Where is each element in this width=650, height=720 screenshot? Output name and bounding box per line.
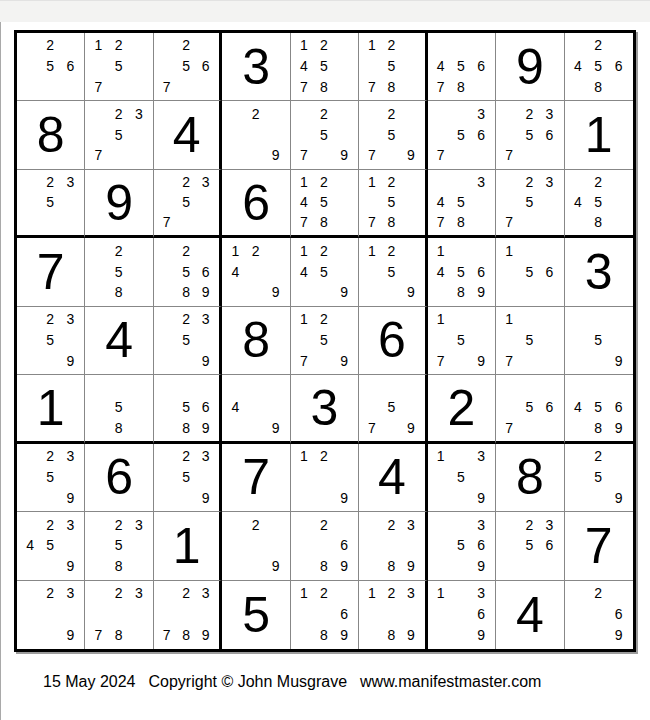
pencil-mark-6: 6 bbox=[471, 261, 491, 282]
pencil-mark-2: 2 bbox=[109, 583, 129, 604]
pencil-mark-empty bbox=[362, 282, 381, 303]
pencil-mark-empty bbox=[129, 625, 149, 646]
cell-r6c1[interactable]: 1 bbox=[17, 375, 85, 443]
cell-r9c1[interactable]: 239 bbox=[17, 581, 85, 649]
pencil-marks: 2359 bbox=[20, 446, 80, 508]
pencil-marks: 2358 bbox=[88, 514, 148, 576]
pencil-mark-empty bbox=[40, 350, 60, 371]
pencil-mark-empty bbox=[519, 350, 539, 371]
cell-r2c2[interactable]: 2357 bbox=[85, 101, 153, 169]
pencil-marks: 12689 bbox=[294, 583, 354, 646]
pencil-mark-empty bbox=[245, 418, 265, 438]
pencil-mark-7: 7 bbox=[157, 625, 176, 646]
pencil-mark-empty bbox=[539, 192, 559, 212]
pencil-mark-5: 5 bbox=[109, 56, 129, 77]
pencil-marks: 12578 bbox=[362, 35, 420, 97]
pencil-marks: 258 bbox=[88, 240, 148, 302]
cell-r9c6[interactable]: 12389 bbox=[359, 581, 427, 649]
cell-r3c7[interactable]: 34578 bbox=[428, 170, 496, 238]
pencil-mark-empty bbox=[40, 625, 60, 646]
pencil-mark-empty bbox=[334, 309, 354, 330]
pencil-mark-5: 5 bbox=[314, 261, 334, 282]
pencil-mark-5: 5 bbox=[588, 192, 608, 212]
pencil-mark-empty bbox=[568, 377, 588, 397]
pencil-mark-empty bbox=[40, 604, 60, 625]
pencil-mark-empty bbox=[60, 535, 80, 556]
pencil-mark-1: 1 bbox=[431, 446, 451, 467]
pencil-mark-empty bbox=[568, 487, 588, 508]
cell-r4c2[interactable]: 258 bbox=[85, 238, 153, 306]
pencil-mark-2: 2 bbox=[382, 172, 401, 192]
cell-r2c8[interactable]: 23567 bbox=[496, 101, 564, 169]
pencil-marks: 2359 bbox=[157, 446, 215, 508]
pencil-mark-empty bbox=[539, 309, 559, 330]
pencil-mark-9: 9 bbox=[401, 145, 420, 166]
pencil-mark-5: 5 bbox=[314, 124, 334, 145]
cell-r2c7[interactable]: 3567 bbox=[428, 101, 496, 169]
pencil-mark-empty bbox=[609, 212, 629, 232]
pencil-mark-empty bbox=[88, 56, 108, 77]
pencil-mark-empty bbox=[294, 535, 314, 556]
pencil-mark-empty bbox=[588, 309, 608, 330]
pencil-mark-empty bbox=[382, 535, 401, 556]
pencil-mark-empty bbox=[609, 377, 629, 397]
pencil-mark-empty bbox=[196, 330, 215, 351]
pencil-mark-empty bbox=[362, 103, 381, 124]
pencil-mark-3: 3 bbox=[471, 583, 491, 604]
cell-r7c5[interactable]: 129 bbox=[291, 444, 359, 512]
pencil-mark-empty bbox=[401, 261, 420, 282]
cell-r1c3[interactable]: 2567 bbox=[154, 33, 222, 101]
cell-r8c6[interactable]: 2389 bbox=[359, 512, 427, 580]
cell-r5c7[interactable]: 1579 bbox=[428, 307, 496, 375]
pencil-mark-7: 7 bbox=[88, 145, 108, 166]
cell-r3c4[interactable]: 6 bbox=[222, 170, 290, 238]
pencil-mark-empty bbox=[334, 514, 354, 535]
cell-r4c7[interactable]: 145689 bbox=[428, 238, 496, 306]
cell-r6c3[interactable]: 5689 bbox=[154, 375, 222, 443]
pencil-mark-empty bbox=[20, 35, 40, 56]
pencil-mark-empty bbox=[109, 604, 129, 625]
cell-r8c4[interactable]: 29 bbox=[222, 512, 290, 580]
pencil-mark-empty bbox=[314, 145, 334, 166]
pencil-mark-2: 2 bbox=[588, 35, 608, 56]
cell-r1c5[interactable]: 124578 bbox=[291, 33, 359, 101]
cell-r2c5[interactable]: 2579 bbox=[291, 101, 359, 169]
cell-r6c4[interactable]: 49 bbox=[222, 375, 290, 443]
pencil-marks: 1257 bbox=[88, 35, 148, 97]
pencil-mark-empty bbox=[20, 514, 40, 535]
pencil-mark-2: 2 bbox=[40, 172, 60, 192]
pencil-mark-1: 1 bbox=[499, 240, 519, 261]
pencil-mark-9: 9 bbox=[334, 487, 354, 508]
cell-r8c2[interactable]: 2358 bbox=[85, 512, 153, 580]
pencil-mark-9: 9 bbox=[334, 556, 354, 577]
cell-r9c7[interactable]: 1369 bbox=[428, 581, 496, 649]
pencil-mark-empty bbox=[609, 466, 629, 487]
footer-website: www.manifestmaster.com bbox=[360, 673, 541, 691]
pencil-mark-empty bbox=[176, 377, 195, 397]
pencil-mark-9: 9 bbox=[471, 487, 491, 508]
pencil-mark-empty bbox=[568, 77, 588, 98]
pencil-marks: 235 bbox=[20, 172, 80, 232]
pencil-mark-empty bbox=[401, 604, 420, 625]
pencil-mark-empty bbox=[129, 397, 149, 417]
pencil-mark-empty bbox=[20, 172, 40, 192]
pencil-mark-empty bbox=[266, 103, 286, 124]
pencil-mark-empty bbox=[294, 604, 314, 625]
given-digit: 4 bbox=[496, 581, 563, 649]
pencil-mark-1: 1 bbox=[499, 309, 519, 330]
pencil-mark-5: 5 bbox=[382, 261, 401, 282]
cell-r8c7[interactable]: 3569 bbox=[428, 512, 496, 580]
pencil-mark-empty bbox=[334, 466, 354, 487]
pencil-mark-empty bbox=[362, 192, 381, 212]
cell-r9c4[interactable]: 5 bbox=[222, 581, 290, 649]
pencil-mark-empty bbox=[196, 192, 215, 212]
given-digit: 3 bbox=[565, 238, 633, 305]
pencil-mark-empty bbox=[499, 261, 519, 282]
pencil-marks: 2389 bbox=[362, 514, 420, 576]
pencil-mark-5: 5 bbox=[519, 192, 539, 212]
cell-r3c5[interactable]: 124578 bbox=[291, 170, 359, 238]
cell-r3c9[interactable]: 2458 bbox=[565, 170, 633, 238]
pencil-mark-empty bbox=[88, 103, 108, 124]
pencil-mark-6: 6 bbox=[471, 604, 491, 625]
cell-r3c1[interactable]: 235 bbox=[17, 170, 85, 238]
footer: 15 May 2024 Copyright © John Musgrave ww… bbox=[43, 673, 541, 691]
cell-r5c9[interactable]: 59 bbox=[565, 307, 633, 375]
pencil-mark-empty bbox=[314, 604, 334, 625]
pencil-mark-empty bbox=[382, 604, 401, 625]
pencil-mark-9: 9 bbox=[60, 625, 80, 646]
pencil-mark-3: 3 bbox=[401, 514, 420, 535]
pencil-marks: 2579 bbox=[362, 103, 420, 165]
cell-r4c3[interactable]: 25689 bbox=[154, 238, 222, 306]
given-digit: 4 bbox=[85, 307, 152, 374]
pencil-marks: 157 bbox=[499, 309, 559, 371]
cell-r6c7[interactable]: 2 bbox=[428, 375, 496, 443]
pencil-mark-1: 1 bbox=[294, 583, 314, 604]
pencil-marks: 58 bbox=[88, 377, 148, 437]
pencil-mark-1: 1 bbox=[362, 172, 381, 192]
cell-r3c8[interactable]: 2357 bbox=[496, 170, 564, 238]
cell-r3c2[interactable]: 9 bbox=[85, 170, 153, 238]
pencil-mark-empty bbox=[362, 556, 381, 577]
pencil-mark-empty bbox=[88, 377, 108, 397]
cell-r2c1[interactable]: 8 bbox=[17, 101, 85, 169]
cell-r1c6[interactable]: 12578 bbox=[359, 33, 427, 101]
pencil-mark-2: 2 bbox=[109, 240, 129, 261]
cell-r8c9[interactable]: 7 bbox=[565, 512, 633, 580]
window-top-strip bbox=[0, 0, 650, 22]
pencil-mark-4: 4 bbox=[568, 192, 588, 212]
cell-r5c6[interactable]: 6 bbox=[359, 307, 427, 375]
pencil-mark-empty bbox=[20, 212, 40, 232]
cell-r2c4[interactable]: 29 bbox=[222, 101, 290, 169]
pencil-mark-empty bbox=[568, 212, 588, 232]
pencil-mark-empty bbox=[401, 35, 420, 56]
pencil-mark-empty bbox=[451, 103, 471, 124]
pencil-marks: 24568 bbox=[568, 35, 629, 97]
pencil-mark-empty bbox=[431, 330, 451, 351]
pencil-mark-9: 9 bbox=[196, 282, 215, 303]
cell-r4c9[interactable]: 3 bbox=[565, 238, 633, 306]
pencil-mark-empty bbox=[362, 604, 381, 625]
pencil-marks: 12389 bbox=[362, 583, 420, 646]
pencil-mark-3: 3 bbox=[196, 583, 215, 604]
cell-r7c2[interactable]: 6 bbox=[85, 444, 153, 512]
pencil-mark-empty bbox=[362, 56, 381, 77]
cell-r6c5[interactable]: 3 bbox=[291, 375, 359, 443]
cell-r5c3[interactable]: 2359 bbox=[154, 307, 222, 375]
cell-r9c5[interactable]: 12689 bbox=[291, 581, 359, 649]
cell-r5c5[interactable]: 12579 bbox=[291, 307, 359, 375]
pencil-mark-9: 9 bbox=[334, 282, 354, 303]
cell-r7c8[interactable]: 8 bbox=[496, 444, 564, 512]
pencil-mark-8: 8 bbox=[109, 556, 129, 577]
cell-r1c1[interactable]: 256 bbox=[17, 33, 85, 101]
pencil-mark-empty bbox=[539, 212, 559, 232]
pencil-mark-empty bbox=[20, 625, 40, 646]
pencil-mark-7: 7 bbox=[157, 212, 176, 232]
pencil-mark-empty bbox=[401, 192, 420, 212]
pencil-mark-empty bbox=[519, 282, 539, 303]
pencil-mark-empty bbox=[157, 446, 176, 467]
cell-r7c7[interactable]: 1359 bbox=[428, 444, 496, 512]
cell-r3c3[interactable]: 2357 bbox=[154, 170, 222, 238]
pencil-mark-3: 3 bbox=[129, 583, 149, 604]
cell-r9c9[interactable]: 269 bbox=[565, 581, 633, 649]
cell-r3c6[interactable]: 12578 bbox=[359, 170, 427, 238]
pencil-mark-empty bbox=[314, 350, 334, 371]
pencil-mark-7: 7 bbox=[157, 77, 176, 98]
cell-r5c8[interactable]: 157 bbox=[496, 307, 564, 375]
pencil-mark-empty bbox=[588, 487, 608, 508]
cell-r7c3[interactable]: 2359 bbox=[154, 444, 222, 512]
cell-r2c3[interactable]: 4 bbox=[154, 101, 222, 169]
cell-r8c1[interactable]: 23459 bbox=[17, 512, 85, 580]
pencil-mark-empty bbox=[245, 124, 265, 145]
pencil-mark-3: 3 bbox=[401, 583, 420, 604]
pencil-mark-4: 4 bbox=[431, 56, 451, 77]
pencil-mark-3: 3 bbox=[471, 172, 491, 192]
pencil-mark-empty bbox=[196, 466, 215, 487]
pencil-mark-empty bbox=[519, 145, 539, 166]
pencil-mark-5: 5 bbox=[382, 124, 401, 145]
given-digit: 6 bbox=[85, 444, 152, 511]
cell-r7c6[interactable]: 4 bbox=[359, 444, 427, 512]
pencil-mark-8: 8 bbox=[588, 212, 608, 232]
cell-r6c9[interactable]: 45689 bbox=[565, 375, 633, 443]
pencil-mark-9: 9 bbox=[609, 350, 629, 371]
cell-r6c6[interactable]: 579 bbox=[359, 375, 427, 443]
pencil-marks: 2579 bbox=[294, 103, 354, 165]
pencil-mark-empty bbox=[60, 35, 80, 56]
cell-r5c1[interactable]: 2359 bbox=[17, 307, 85, 375]
pencil-mark-2: 2 bbox=[519, 514, 539, 535]
pencil-mark-empty bbox=[362, 261, 381, 282]
pencil-mark-empty bbox=[451, 350, 471, 371]
pencil-mark-empty bbox=[157, 583, 176, 604]
pencil-mark-empty bbox=[88, 514, 108, 535]
pencil-mark-7: 7 bbox=[88, 625, 108, 646]
pencil-mark-empty bbox=[245, 145, 265, 166]
given-digit: 6 bbox=[359, 307, 424, 374]
pencil-mark-empty bbox=[20, 56, 40, 77]
cell-r1c2[interactable]: 1257 bbox=[85, 33, 153, 101]
pencil-mark-5: 5 bbox=[588, 397, 608, 417]
pencil-mark-4: 4 bbox=[294, 192, 314, 212]
cell-r8c5[interactable]: 2689 bbox=[291, 512, 359, 580]
pencil-mark-empty bbox=[40, 556, 60, 577]
pencil-mark-empty bbox=[314, 466, 334, 487]
pencil-mark-empty bbox=[157, 35, 176, 56]
pencil-marks: 2359 bbox=[157, 309, 215, 371]
pencil-mark-empty bbox=[568, 309, 588, 330]
cell-r1c4[interactable]: 3 bbox=[222, 33, 290, 101]
pencil-mark-empty bbox=[176, 604, 195, 625]
pencil-mark-9: 9 bbox=[401, 556, 420, 577]
cell-r8c8[interactable]: 2356 bbox=[496, 512, 564, 580]
footer-copyright: Copyright © John Musgrave bbox=[149, 673, 348, 691]
pencil-mark-empty bbox=[40, 487, 60, 508]
cell-r1c8[interactable]: 9 bbox=[496, 33, 564, 101]
cell-r4c1[interactable]: 7 bbox=[17, 238, 85, 306]
pencil-mark-8: 8 bbox=[451, 212, 471, 232]
pencil-mark-empty bbox=[60, 77, 80, 98]
pencil-mark-empty bbox=[20, 77, 40, 98]
pencil-mark-empty bbox=[88, 124, 108, 145]
pencil-mark-empty bbox=[60, 466, 80, 487]
cell-r6c8[interactable]: 567 bbox=[496, 375, 564, 443]
pencil-mark-1: 1 bbox=[294, 240, 314, 261]
pencil-mark-empty bbox=[266, 240, 286, 261]
cell-r5c2[interactable]: 4 bbox=[85, 307, 153, 375]
pencil-mark-5: 5 bbox=[519, 330, 539, 351]
given-digit: 6 bbox=[222, 170, 289, 235]
pencil-mark-empty bbox=[471, 145, 491, 166]
pencil-mark-empty bbox=[568, 625, 588, 646]
pencil-mark-6: 6 bbox=[471, 535, 491, 556]
pencil-mark-9: 9 bbox=[471, 556, 491, 577]
pencil-marks: 256 bbox=[20, 35, 80, 97]
pencil-mark-9: 9 bbox=[60, 556, 80, 577]
cell-r8c3[interactable]: 1 bbox=[154, 512, 222, 580]
pencil-mark-empty bbox=[451, 583, 471, 604]
cell-r4c5[interactable]: 12459 bbox=[291, 238, 359, 306]
cell-r2c6[interactable]: 2579 bbox=[359, 101, 427, 169]
given-digit: 7 bbox=[222, 444, 289, 511]
cell-r5c4[interactable]: 8 bbox=[222, 307, 290, 375]
pencil-mark-empty bbox=[334, 172, 354, 192]
pencil-mark-empty bbox=[499, 556, 519, 577]
pencil-marks: 259 bbox=[568, 446, 629, 508]
cell-r7c4[interactable]: 7 bbox=[222, 444, 290, 512]
pencil-mark-empty bbox=[519, 240, 539, 261]
cell-r9c8[interactable]: 4 bbox=[496, 581, 564, 649]
footer-date: 15 May 2024 bbox=[43, 673, 136, 691]
pencil-mark-empty bbox=[362, 124, 381, 145]
pencil-mark-empty bbox=[294, 330, 314, 351]
pencil-mark-empty bbox=[157, 487, 176, 508]
cell-r2c9[interactable]: 1 bbox=[565, 101, 633, 169]
pencil-mark-empty bbox=[245, 377, 265, 397]
pencil-mark-empty bbox=[157, 56, 176, 77]
cell-r1c9[interactable]: 24568 bbox=[565, 33, 633, 101]
pencil-mark-7: 7 bbox=[431, 212, 451, 232]
pencil-mark-empty bbox=[451, 604, 471, 625]
pencil-mark-8: 8 bbox=[314, 77, 334, 98]
cell-r9c2[interactable]: 2378 bbox=[85, 581, 153, 649]
pencil-mark-empty bbox=[225, 282, 245, 303]
cell-r7c1[interactable]: 2359 bbox=[17, 444, 85, 512]
pencil-mark-empty bbox=[382, 377, 401, 397]
pencil-mark-7: 7 bbox=[431, 350, 451, 371]
pencil-mark-5: 5 bbox=[519, 397, 539, 417]
cell-r4c4[interactable]: 1249 bbox=[222, 238, 290, 306]
pencil-mark-empty bbox=[471, 35, 491, 56]
pencil-marks: 45678 bbox=[431, 35, 491, 97]
pencil-mark-empty bbox=[266, 514, 286, 535]
pencil-mark-empty bbox=[609, 35, 629, 56]
pencil-mark-5: 5 bbox=[176, 56, 195, 77]
cell-r4c8[interactable]: 156 bbox=[496, 238, 564, 306]
pencil-mark-4: 4 bbox=[431, 261, 451, 282]
pencil-mark-1: 1 bbox=[431, 309, 451, 330]
pencil-mark-1: 1 bbox=[88, 35, 108, 56]
cell-r9c3[interactable]: 23789 bbox=[154, 581, 222, 649]
pencil-mark-empty bbox=[519, 556, 539, 577]
pencil-mark-empty bbox=[588, 350, 608, 371]
pencil-mark-empty bbox=[431, 556, 451, 577]
pencil-mark-2: 2 bbox=[176, 240, 195, 261]
pencil-mark-4: 4 bbox=[294, 261, 314, 282]
pencil-mark-9: 9 bbox=[401, 625, 420, 646]
cell-r7c9[interactable]: 259 bbox=[565, 444, 633, 512]
cell-r4c6[interactable]: 1259 bbox=[359, 238, 427, 306]
pencil-mark-empty bbox=[362, 625, 381, 646]
pencil-marks: 23789 bbox=[157, 583, 215, 646]
pencil-mark-6: 6 bbox=[609, 56, 629, 77]
sudoku-board: 2561257256731245781257845678924568823574… bbox=[14, 30, 636, 652]
pencil-mark-empty bbox=[471, 77, 491, 98]
pencil-mark-7: 7 bbox=[294, 212, 314, 232]
pencil-marks: 23459 bbox=[20, 514, 80, 576]
pencil-mark-empty bbox=[20, 330, 40, 351]
pencil-marks: 2359 bbox=[20, 309, 80, 371]
pencil-marks: 23567 bbox=[499, 103, 559, 165]
pencil-mark-empty bbox=[401, 397, 420, 417]
pencil-marks: 269 bbox=[568, 583, 629, 646]
cell-r1c7[interactable]: 45678 bbox=[428, 33, 496, 101]
pencil-mark-empty bbox=[471, 212, 491, 232]
pencil-mark-7: 7 bbox=[431, 77, 451, 98]
pencil-mark-empty bbox=[314, 282, 334, 303]
pencil-mark-9: 9 bbox=[471, 350, 491, 371]
pencil-mark-2: 2 bbox=[382, 103, 401, 124]
pencil-mark-2: 2 bbox=[519, 172, 539, 192]
pencil-mark-empty bbox=[471, 330, 491, 351]
pencil-mark-empty bbox=[88, 418, 108, 438]
pencil-mark-empty bbox=[539, 240, 559, 261]
cell-r6c2[interactable]: 58 bbox=[85, 375, 153, 443]
given-digit: 9 bbox=[85, 170, 152, 235]
pencil-mark-2: 2 bbox=[588, 583, 608, 604]
pencil-mark-empty bbox=[88, 282, 108, 303]
pencil-mark-empty bbox=[451, 487, 471, 508]
pencil-mark-empty bbox=[401, 212, 420, 232]
